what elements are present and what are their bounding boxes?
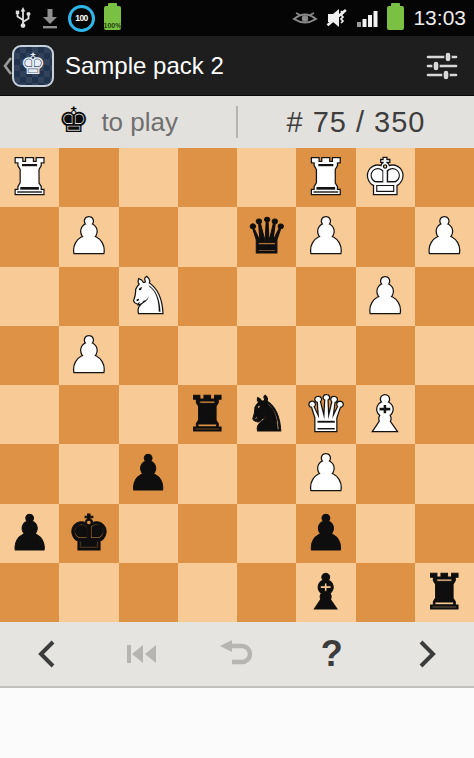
puzzle-progress[interactable]: # 75 / 350	[238, 96, 474, 148]
square-e5[interactable]	[237, 326, 296, 385]
square-h6[interactable]	[415, 267, 474, 326]
square-a4[interactable]	[0, 385, 59, 444]
app-bar: ♚ Sample pack 2	[0, 36, 474, 95]
square-g8[interactable]: ♚	[356, 148, 415, 207]
undo-move-icon[interactable]	[190, 622, 285, 686]
square-f7[interactable]: ♟	[296, 207, 355, 266]
white-pawn: ♟	[67, 331, 111, 380]
rewind-to-start-icon[interactable]	[95, 622, 190, 686]
square-f3[interactable]: ♟	[296, 444, 355, 503]
black-pawn: ♟	[8, 509, 52, 558]
signal-strength-icon	[356, 8, 381, 28]
puzzle-info-bar: ♚ to play # 75 / 350	[0, 95, 474, 148]
battery-percent-label: 100%	[104, 22, 122, 29]
black-pawn: ♟	[304, 509, 348, 558]
black-pawn: ♟	[126, 449, 170, 498]
square-c1[interactable]	[119, 563, 178, 622]
data-usage-badge: 100	[68, 5, 95, 32]
white-pawn: ♟	[67, 212, 111, 261]
black-king-to-play-icon: ♚	[58, 103, 89, 138]
white-queen: ♛	[304, 390, 348, 439]
square-b6[interactable]	[59, 267, 118, 326]
bottom-empty-area	[0, 688, 474, 758]
square-h1[interactable]: ♜	[415, 563, 474, 622]
square-c7[interactable]	[119, 207, 178, 266]
square-b3[interactable]	[59, 444, 118, 503]
square-a5[interactable]	[0, 326, 59, 385]
question-mark-icon: ?	[321, 636, 343, 672]
square-b8[interactable]	[59, 148, 118, 207]
square-d3[interactable]	[178, 444, 237, 503]
white-pawn: ♟	[363, 272, 407, 321]
square-e4[interactable]: ♞	[237, 385, 296, 444]
square-d1[interactable]	[178, 563, 237, 622]
square-a7[interactable]	[0, 207, 59, 266]
black-rook: ♜	[422, 568, 466, 617]
black-knight: ♞	[245, 390, 289, 439]
clock: 13:03	[413, 6, 466, 30]
square-g3[interactable]	[356, 444, 415, 503]
white-pawn: ♟	[304, 212, 348, 261]
square-c4[interactable]	[119, 385, 178, 444]
square-a3[interactable]	[0, 444, 59, 503]
next-puzzle-button[interactable]	[379, 622, 474, 686]
white-rook: ♜	[8, 153, 52, 202]
black-queen: ♛	[245, 212, 289, 261]
white-bishop: ♝	[363, 390, 407, 439]
square-b5[interactable]: ♟	[59, 326, 118, 385]
square-c8[interactable]	[119, 148, 178, 207]
square-h4[interactable]	[415, 385, 474, 444]
square-d4[interactable]: ♜	[178, 385, 237, 444]
battery-icon	[387, 6, 404, 30]
square-h7[interactable]: ♟	[415, 207, 474, 266]
white-rook: ♜	[304, 153, 348, 202]
square-f5[interactable]	[296, 326, 355, 385]
square-g5[interactable]	[356, 326, 415, 385]
square-g1[interactable]	[356, 563, 415, 622]
white-pawn: ♟	[422, 212, 466, 261]
square-c3[interactable]: ♟	[119, 444, 178, 503]
square-h3[interactable]	[415, 444, 474, 503]
square-f4[interactable]: ♛	[296, 385, 355, 444]
square-c6[interactable]: ♞	[119, 267, 178, 326]
to-play-label: to play	[101, 107, 178, 138]
square-e3[interactable]	[237, 444, 296, 503]
puzzle-progress-label: # 75 / 350	[287, 106, 426, 139]
white-king: ♚	[363, 153, 407, 202]
side-to-play: ♚ to play	[0, 96, 236, 148]
square-g4[interactable]: ♝	[356, 385, 415, 444]
square-e1[interactable]	[237, 563, 296, 622]
battery-icon: 100%	[104, 6, 121, 30]
square-c2[interactable]	[119, 504, 178, 563]
square-d7[interactable]	[178, 207, 237, 266]
square-e8[interactable]	[237, 148, 296, 207]
square-a2[interactable]: ♟	[0, 504, 59, 563]
square-e7[interactable]: ♛	[237, 207, 296, 266]
white-pawn: ♟	[304, 449, 348, 498]
mute-icon	[324, 7, 350, 29]
square-a8[interactable]: ♜	[0, 148, 59, 207]
square-h8[interactable]	[415, 148, 474, 207]
square-f8[interactable]: ♜	[296, 148, 355, 207]
square-g6[interactable]: ♟	[356, 267, 415, 326]
chess-board[interactable]: ♜♜♚♟♛♟♟♞♟♟♜♞♛♝♟♟♟♚♟♝♜	[0, 148, 474, 622]
app-icon-king-glyph: ♚	[20, 50, 46, 79]
black-rook: ♜	[185, 390, 229, 439]
square-b4[interactable]	[59, 385, 118, 444]
square-g2[interactable]	[356, 504, 415, 563]
black-king: ♚	[67, 509, 111, 558]
download-icon	[41, 7, 59, 29]
square-a1[interactable]	[0, 563, 59, 622]
square-d6[interactable]	[178, 267, 237, 326]
square-e2[interactable]	[237, 504, 296, 563]
square-a6[interactable]	[0, 267, 59, 326]
square-b7[interactable]: ♟	[59, 207, 118, 266]
hint-button[interactable]: ?	[284, 622, 379, 686]
tune-settings-icon[interactable]	[420, 44, 464, 88]
square-f1[interactable]: ♝	[296, 563, 355, 622]
square-h2[interactable]	[415, 504, 474, 563]
status-right-icons: 13:03	[292, 6, 466, 30]
app-title: Sample pack 2	[65, 52, 224, 80]
square-f2[interactable]: ♟	[296, 504, 355, 563]
square-d5[interactable]	[178, 326, 237, 385]
square-b2[interactable]: ♚	[59, 504, 118, 563]
square-c5[interactable]	[119, 326, 178, 385]
square-g7[interactable]	[356, 207, 415, 266]
square-d2[interactable]	[178, 504, 237, 563]
square-h5[interactable]	[415, 326, 474, 385]
black-bishop: ♝	[304, 568, 348, 617]
app-icon[interactable]: ♚	[12, 45, 54, 87]
smart-stay-eye-icon	[292, 9, 318, 27]
square-b1[interactable]	[59, 563, 118, 622]
square-d8[interactable]	[178, 148, 237, 207]
prev-puzzle-button[interactable]	[0, 622, 95, 686]
status-left-icons: 100 100%	[14, 5, 121, 32]
puzzle-nav-bar: ?	[0, 622, 474, 688]
square-e6[interactable]	[237, 267, 296, 326]
white-knight: ♞	[126, 272, 170, 321]
usb-icon	[14, 7, 32, 29]
square-f6[interactable]	[296, 267, 355, 326]
status-bar: 100 100%	[0, 0, 474, 36]
phone-screen: 100 100%	[0, 0, 474, 758]
